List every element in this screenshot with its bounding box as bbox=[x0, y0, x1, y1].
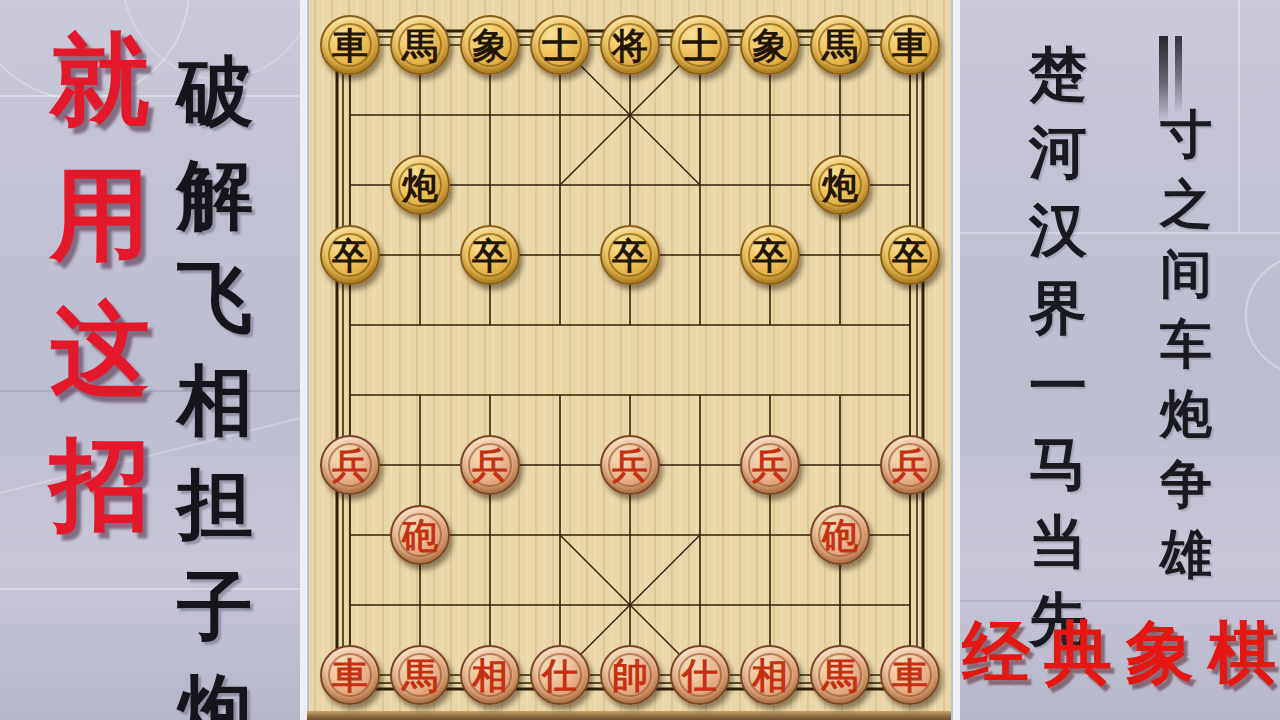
red-title-char-1: 就 bbox=[50, 14, 150, 149]
right-col1-char-6: 马 bbox=[1029, 426, 1087, 504]
red-title-char-3: 这 bbox=[50, 284, 150, 419]
piece-glyph: 兵 bbox=[612, 447, 648, 483]
right-col2-char-1: 寸 bbox=[1160, 100, 1212, 170]
piece-glyph: 相 bbox=[752, 657, 788, 693]
piece-卒-black[interactable]: 卒 bbox=[880, 225, 940, 285]
piece-象-black[interactable]: 象 bbox=[740, 15, 800, 75]
right-col1-char-3: 汉 bbox=[1029, 192, 1087, 270]
piece-glyph: 卒 bbox=[612, 237, 648, 273]
piece-glyph: 車 bbox=[332, 27, 368, 63]
black-subtitle-char-1: 破 bbox=[177, 42, 253, 145]
piece-砲-red[interactable]: 砲 bbox=[390, 505, 450, 565]
piece-帥-red[interactable]: 帥 bbox=[600, 645, 660, 705]
caption-right-column-1: 楚 河 汉 界 一 马 当 先 bbox=[1012, 36, 1104, 572]
black-subtitle-char-6: 子 bbox=[177, 557, 253, 660]
piece-車-black[interactable]: 車 bbox=[880, 15, 940, 75]
piece-glyph: 兵 bbox=[472, 447, 508, 483]
piece-兵-red[interactable]: 兵 bbox=[880, 435, 940, 495]
piece-glyph: 炮 bbox=[822, 167, 858, 203]
piece-士-black[interactable]: 士 bbox=[530, 15, 590, 75]
black-subtitle-char-7: 炮 bbox=[177, 660, 253, 720]
piece-砲-red[interactable]: 砲 bbox=[810, 505, 870, 565]
piece-glyph: 卒 bbox=[752, 237, 788, 273]
piece-兵-red[interactable]: 兵 bbox=[600, 435, 660, 495]
piece-glyph: 兵 bbox=[332, 447, 368, 483]
right-col2-char-5: 炮 bbox=[1160, 380, 1212, 450]
circle-curve-decoration bbox=[1245, 255, 1280, 375]
piece-卒-black[interactable]: 卒 bbox=[600, 225, 660, 285]
piece-glyph: 卒 bbox=[472, 237, 508, 273]
black-subtitle-char-2: 解 bbox=[177, 145, 253, 248]
piece-卒-black[interactable]: 卒 bbox=[460, 225, 520, 285]
right-col1-char-7: 当 bbox=[1029, 504, 1087, 582]
piece-馬-red[interactable]: 馬 bbox=[390, 645, 450, 705]
piece-相-red[interactable]: 相 bbox=[460, 645, 520, 705]
panel-seam bbox=[960, 232, 1280, 234]
piece-glyph: 相 bbox=[472, 657, 508, 693]
piece-glyph: 兵 bbox=[892, 447, 928, 483]
red-title-char-2: 用 bbox=[50, 149, 150, 284]
piece-将-black[interactable]: 将 bbox=[600, 15, 660, 75]
video-frame: 就 用 这 招 破 解 飞 相 担 子 炮 bbox=[0, 0, 1280, 720]
black-subtitle-char-3: 飞 bbox=[177, 248, 253, 351]
right-col1-char-1: 楚 bbox=[1029, 36, 1087, 114]
piece-glyph: 砲 bbox=[402, 517, 438, 553]
piece-仕-red[interactable]: 仕 bbox=[670, 645, 730, 705]
right-col2-char-3: 间 bbox=[1160, 240, 1212, 310]
right-col1-char-4: 界 bbox=[1029, 270, 1087, 348]
caption-right-column-2: 寸 之 间 车 炮 争 雄 bbox=[1140, 100, 1232, 586]
piece-相-red[interactable]: 相 bbox=[740, 645, 800, 705]
right-col1-char-2: 河 bbox=[1029, 114, 1087, 192]
black-subtitle-char-5: 担 bbox=[177, 454, 253, 557]
piece-兵-red[interactable]: 兵 bbox=[740, 435, 800, 495]
piece-glyph: 兵 bbox=[752, 447, 788, 483]
right-col2-char-4: 车 bbox=[1160, 310, 1212, 380]
piece-glyph: 象 bbox=[752, 27, 788, 63]
piece-車-red[interactable]: 車 bbox=[880, 645, 940, 705]
brand-text-label: 经典象棋 bbox=[962, 612, 1280, 692]
caption-black-subtitle: 破 解 飞 相 担 子 炮 bbox=[158, 42, 272, 710]
piece-glyph: 炮 bbox=[402, 167, 438, 203]
piece-象-black[interactable]: 象 bbox=[460, 15, 520, 75]
piece-glyph: 砲 bbox=[822, 517, 858, 553]
piece-馬-black[interactable]: 馬 bbox=[390, 15, 450, 75]
piece-士-black[interactable]: 士 bbox=[670, 15, 730, 75]
piece-glyph: 馬 bbox=[822, 27, 858, 63]
piece-車-black[interactable]: 車 bbox=[320, 15, 380, 75]
board-bottom-edge bbox=[307, 711, 953, 720]
piece-卒-black[interactable]: 卒 bbox=[320, 225, 380, 285]
piece-glyph: 車 bbox=[892, 657, 928, 693]
piece-glyph: 馬 bbox=[402, 657, 438, 693]
caption-red-title: 就 用 这 招 bbox=[38, 14, 162, 554]
piece-glyph: 車 bbox=[332, 657, 368, 693]
piece-glyph: 仕 bbox=[682, 657, 718, 693]
piece-glyph: 象 bbox=[472, 27, 508, 63]
board-grid-lines bbox=[307, 0, 953, 720]
piece-glyph: 卒 bbox=[892, 237, 928, 273]
piece-馬-black[interactable]: 馬 bbox=[810, 15, 870, 75]
piece-卒-black[interactable]: 卒 bbox=[740, 225, 800, 285]
piece-glyph: 馬 bbox=[402, 27, 438, 63]
piece-仕-red[interactable]: 仕 bbox=[530, 645, 590, 705]
piece-兵-red[interactable]: 兵 bbox=[320, 435, 380, 495]
piece-炮-black[interactable]: 炮 bbox=[390, 155, 450, 215]
panel-seam bbox=[960, 600, 1280, 602]
panel-seam bbox=[1238, 0, 1240, 232]
piece-兵-red[interactable]: 兵 bbox=[460, 435, 520, 495]
piece-glyph: 卒 bbox=[332, 237, 368, 273]
piece-馬-red[interactable]: 馬 bbox=[810, 645, 870, 705]
right-col1-char-5: 一 bbox=[1029, 348, 1087, 426]
piece-glyph: 士 bbox=[682, 27, 718, 63]
piece-glyph: 帥 bbox=[612, 657, 648, 693]
piece-glyph: 仕 bbox=[542, 657, 578, 693]
piece-炮-black[interactable]: 炮 bbox=[810, 155, 870, 215]
piece-glyph: 馬 bbox=[822, 657, 858, 693]
right-col2-char-6: 争 bbox=[1160, 450, 1212, 520]
piece-glyph: 士 bbox=[542, 27, 578, 63]
brand-text: 经典象棋 bbox=[962, 608, 1280, 699]
xiangqi-board[interactable] bbox=[300, 0, 960, 720]
piece-glyph: 将 bbox=[612, 27, 648, 63]
right-col2-char-2: 之 bbox=[1160, 170, 1212, 240]
piece-車-red[interactable]: 車 bbox=[320, 645, 380, 705]
right-col2-char-7: 雄 bbox=[1160, 520, 1212, 590]
black-subtitle-char-4: 相 bbox=[177, 351, 253, 454]
piece-glyph: 車 bbox=[892, 27, 928, 63]
red-title-char-4: 招 bbox=[50, 419, 150, 554]
